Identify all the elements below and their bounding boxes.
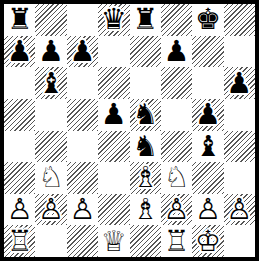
square-e5[interactable]: ♞ bbox=[130, 99, 161, 131]
square-b4[interactable] bbox=[35, 131, 66, 163]
square-b5[interactable] bbox=[35, 99, 66, 131]
square-c6[interactable] bbox=[67, 67, 98, 99]
piece-white-pawn-h2[interactable]: ♙ bbox=[226, 194, 252, 225]
square-c4[interactable] bbox=[67, 131, 98, 163]
piece-black-pawn-f7[interactable]: ♟ bbox=[164, 36, 190, 67]
square-c2[interactable]: ♙ bbox=[67, 194, 98, 226]
piece-black-pawn-a7[interactable]: ♟ bbox=[7, 36, 33, 67]
square-e8[interactable]: ♜ bbox=[130, 4, 161, 36]
square-e3[interactable]: ♗ bbox=[130, 162, 161, 194]
square-f4[interactable] bbox=[161, 131, 192, 163]
square-f8[interactable] bbox=[161, 4, 192, 36]
square-f2[interactable]: ♙ bbox=[161, 194, 192, 226]
square-g1[interactable]: ♔ bbox=[192, 225, 223, 257]
square-c1[interactable] bbox=[67, 225, 98, 257]
square-b1[interactable] bbox=[35, 225, 66, 257]
square-h4[interactable] bbox=[224, 131, 255, 163]
piece-white-pawn-g2[interactable]: ♙ bbox=[195, 194, 221, 225]
square-c8[interactable] bbox=[67, 4, 98, 36]
square-c3[interactable] bbox=[67, 162, 98, 194]
square-f5[interactable] bbox=[161, 99, 192, 131]
square-a2[interactable]: ♙ bbox=[4, 194, 35, 226]
square-e6[interactable] bbox=[130, 67, 161, 99]
square-h6[interactable]: ♟ bbox=[224, 67, 255, 99]
piece-black-rook-a8[interactable]: ♜ bbox=[7, 4, 33, 35]
piece-white-knight-b3[interactable]: ♘ bbox=[38, 162, 64, 193]
square-e4[interactable]: ♞ bbox=[130, 131, 161, 163]
piece-white-bishop-e3[interactable]: ♗ bbox=[132, 162, 158, 193]
square-b8[interactable] bbox=[35, 4, 66, 36]
piece-white-queen-d1[interactable]: ♕ bbox=[101, 226, 127, 257]
piece-black-pawn-d5[interactable]: ♟ bbox=[101, 99, 127, 130]
square-a7[interactable]: ♟ bbox=[4, 36, 35, 68]
square-d3[interactable] bbox=[98, 162, 129, 194]
square-g2[interactable]: ♙ bbox=[192, 194, 223, 226]
square-e1[interactable] bbox=[130, 225, 161, 257]
square-d4[interactable] bbox=[98, 131, 129, 163]
square-g5[interactable]: ♟ bbox=[192, 99, 223, 131]
square-b3[interactable]: ♘ bbox=[35, 162, 66, 194]
piece-black-bishop-g4[interactable]: ♝ bbox=[195, 131, 221, 162]
square-h7[interactable] bbox=[224, 36, 255, 68]
square-d5[interactable]: ♟ bbox=[98, 99, 129, 131]
square-b7[interactable]: ♟ bbox=[35, 36, 66, 68]
piece-white-knight-f3[interactable]: ♘ bbox=[164, 162, 190, 193]
piece-white-bishop-e2[interactable]: ♗ bbox=[132, 194, 158, 225]
piece-black-pawn-h6[interactable]: ♟ bbox=[226, 68, 252, 99]
square-h1[interactable] bbox=[224, 225, 255, 257]
square-d7[interactable] bbox=[98, 36, 129, 68]
piece-black-pawn-b7[interactable]: ♟ bbox=[38, 36, 64, 67]
square-g4[interactable]: ♝ bbox=[192, 131, 223, 163]
piece-black-knight-e4[interactable]: ♞ bbox=[132, 131, 158, 162]
square-a5[interactable] bbox=[4, 99, 35, 131]
piece-white-rook-f1[interactable]: ♖ bbox=[164, 226, 190, 257]
piece-black-pawn-c7[interactable]: ♟ bbox=[69, 36, 95, 67]
chess-diagram-frame: ♜♛♜♚♟♟♟♟♝♟♟♞♟♞♝♘♗♘♙♙♙♗♙♙♙♖♕♖♔ bbox=[0, 0, 259, 261]
square-b6[interactable]: ♝ bbox=[35, 67, 66, 99]
piece-black-queen-d8[interactable]: ♛ bbox=[101, 4, 127, 35]
square-b2[interactable]: ♙ bbox=[35, 194, 66, 226]
square-d1[interactable]: ♕ bbox=[98, 225, 129, 257]
square-g8[interactable]: ♚ bbox=[192, 4, 223, 36]
square-e7[interactable] bbox=[130, 36, 161, 68]
piece-white-pawn-c2[interactable]: ♙ bbox=[69, 194, 95, 225]
square-g6[interactable] bbox=[192, 67, 223, 99]
square-g3[interactable] bbox=[192, 162, 223, 194]
chess-board: ♜♛♜♚♟♟♟♟♝♟♟♞♟♞♝♘♗♘♙♙♙♗♙♙♙♖♕♖♔ bbox=[4, 4, 255, 257]
square-a3[interactable] bbox=[4, 162, 35, 194]
piece-white-pawn-f2[interactable]: ♙ bbox=[164, 194, 190, 225]
square-f1[interactable]: ♖ bbox=[161, 225, 192, 257]
square-f6[interactable] bbox=[161, 67, 192, 99]
square-a4[interactable] bbox=[4, 131, 35, 163]
square-e2[interactable]: ♗ bbox=[130, 194, 161, 226]
square-g7[interactable] bbox=[192, 36, 223, 68]
square-f7[interactable]: ♟ bbox=[161, 36, 192, 68]
square-h5[interactable] bbox=[224, 99, 255, 131]
piece-white-king-g1[interactable]: ♔ bbox=[195, 226, 221, 257]
square-a6[interactable] bbox=[4, 67, 35, 99]
square-c5[interactable] bbox=[67, 99, 98, 131]
square-h3[interactable] bbox=[224, 162, 255, 194]
piece-black-rook-e8[interactable]: ♜ bbox=[132, 4, 158, 35]
square-h8[interactable] bbox=[224, 4, 255, 36]
square-h2[interactable]: ♙ bbox=[224, 194, 255, 226]
piece-white-pawn-a2[interactable]: ♙ bbox=[7, 194, 33, 225]
piece-black-king-g8[interactable]: ♚ bbox=[195, 4, 221, 35]
piece-white-pawn-b2[interactable]: ♙ bbox=[38, 194, 64, 225]
piece-black-knight-e5[interactable]: ♞ bbox=[132, 99, 158, 130]
square-d6[interactable] bbox=[98, 67, 129, 99]
piece-black-pawn-g5[interactable]: ♟ bbox=[195, 99, 221, 130]
square-f3[interactable]: ♘ bbox=[161, 162, 192, 194]
square-a1[interactable]: ♖ bbox=[4, 225, 35, 257]
piece-white-rook-a1[interactable]: ♖ bbox=[7, 226, 33, 257]
square-c7[interactable]: ♟ bbox=[67, 36, 98, 68]
piece-black-bishop-b6[interactable]: ♝ bbox=[38, 68, 64, 99]
square-a8[interactable]: ♜ bbox=[4, 4, 35, 36]
square-d2[interactable] bbox=[98, 194, 129, 226]
square-d8[interactable]: ♛ bbox=[98, 4, 129, 36]
